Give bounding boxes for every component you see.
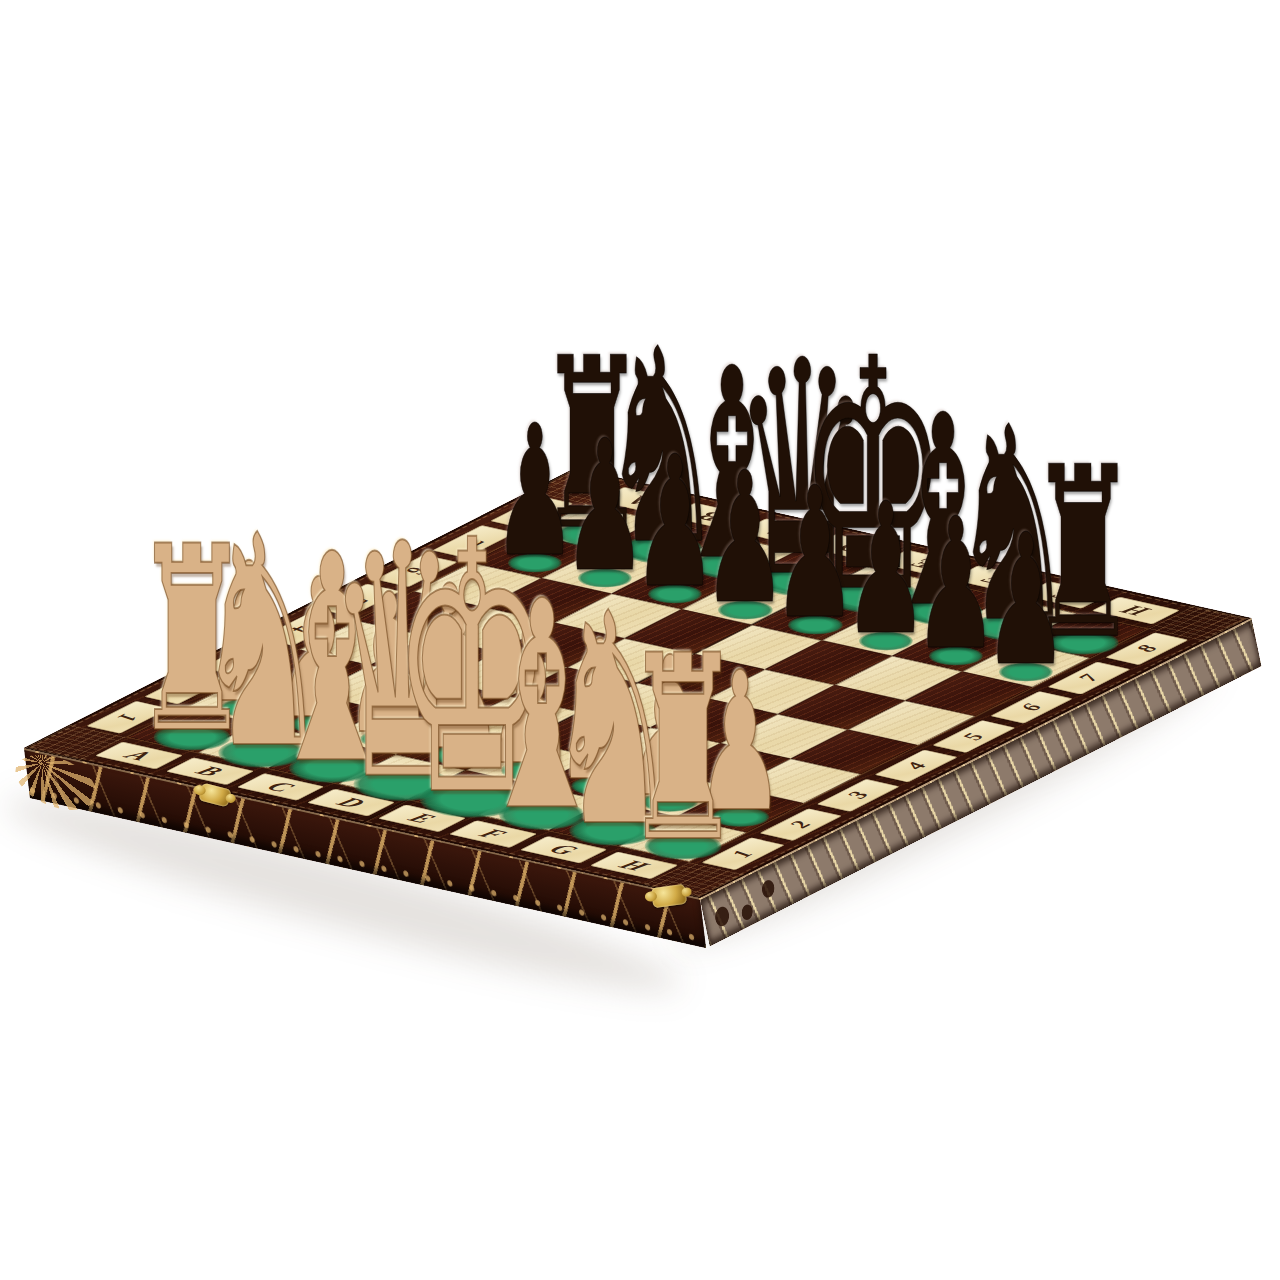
rank-label: 5 [958, 732, 990, 742]
rank-label: 3 [842, 790, 874, 800]
piece-black-pawn-h7[interactable]: ♟ [984, 511, 1068, 692]
scene: ABCDEFGH ABCDEFGH 87654321 87654321 ♜♞♝♛… [0, 0, 1280, 1280]
rank-label: 4 [900, 761, 932, 771]
rank-label: 2 [785, 820, 817, 830]
pieces-layer: ♜♞♝♛♚♝♞♜♟♟♟♟♟♟♟♟♟♟♟♟♟♟♟♟♜♞♝♛♚♝♞♜ [0, 0, 1280, 1280]
piece-white-rook-h1[interactable]: ♜ [623, 622, 742, 878]
